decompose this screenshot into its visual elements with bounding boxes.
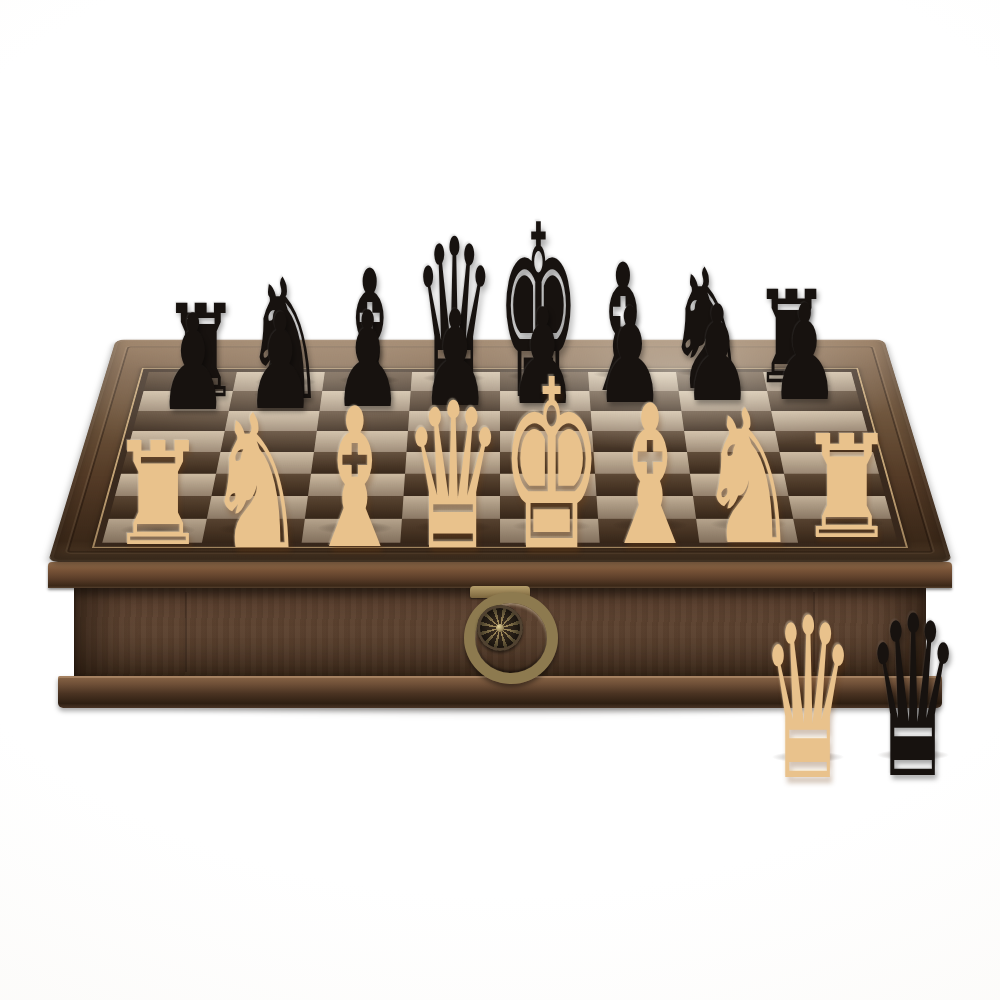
chess-set-photo: ♜♞♝♛♚♝♞♜♟♟♟♟♟♟♟♟♜♞♝♛♚♝♞♜♛♛ (0, 0, 1000, 1000)
rosette-icon (477, 605, 523, 651)
drawer-seam (185, 592, 187, 672)
